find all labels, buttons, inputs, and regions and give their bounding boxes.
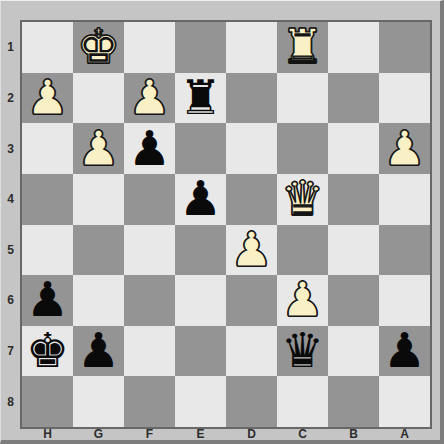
square-h5[interactable] [22, 225, 73, 276]
square-b6[interactable] [328, 275, 379, 326]
square-d8[interactable] [226, 376, 277, 427]
square-f5[interactable] [124, 225, 175, 276]
square-d2[interactable] [226, 73, 277, 124]
square-d7[interactable] [226, 326, 277, 377]
square-e5[interactable] [175, 225, 226, 276]
square-a5[interactable] [379, 225, 430, 276]
square-f7[interactable] [124, 326, 175, 377]
square-f6[interactable] [124, 275, 175, 326]
square-a1[interactable] [379, 22, 430, 73]
square-a7[interactable]: ♟ [379, 326, 430, 377]
square-f1[interactable] [124, 22, 175, 73]
square-c7[interactable]: ♛ [277, 326, 328, 377]
rank-label-4: 4 [1, 174, 20, 225]
rank-label-2: 2 [1, 73, 20, 124]
square-d1[interactable] [226, 22, 277, 73]
square-g1[interactable]: ♚ [73, 22, 124, 73]
white-pawn[interactable]: ♟ [77, 124, 120, 172]
file-label-a: A [379, 427, 430, 442]
square-b4[interactable] [328, 174, 379, 225]
square-g6[interactable] [73, 275, 124, 326]
square-a8[interactable] [379, 376, 430, 427]
chess-diagram: 12345678 ♚♜♟♟♜♟♟♟♟♛♟♟♟♚♟♛♟ HGFEDCBA [0, 0, 444, 444]
square-f4[interactable] [124, 174, 175, 225]
square-g7[interactable]: ♟ [73, 326, 124, 377]
white-queen[interactable]: ♛ [281, 174, 324, 222]
square-c8[interactable] [277, 376, 328, 427]
square-e8[interactable] [175, 376, 226, 427]
square-g8[interactable] [73, 376, 124, 427]
rank-labels: 12345678 [1, 22, 20, 427]
square-g5[interactable] [73, 225, 124, 276]
file-label-c: C [277, 427, 328, 442]
file-label-h: H [22, 427, 73, 442]
square-c1[interactable]: ♜ [277, 22, 328, 73]
square-e3[interactable] [175, 123, 226, 174]
square-f8[interactable] [124, 376, 175, 427]
black-king[interactable]: ♚ [26, 326, 69, 374]
square-f3[interactable]: ♟ [124, 123, 175, 174]
square-h2[interactable]: ♟ [22, 73, 73, 124]
square-h7[interactable]: ♚ [22, 326, 73, 377]
square-g2[interactable] [73, 73, 124, 124]
black-pawn[interactable]: ♟ [26, 275, 69, 323]
square-h6[interactable]: ♟ [22, 275, 73, 326]
square-a2[interactable] [379, 73, 430, 124]
rank-label-5: 5 [1, 225, 20, 276]
file-label-d: D [226, 427, 277, 442]
square-c2[interactable] [277, 73, 328, 124]
square-g3[interactable]: ♟ [73, 123, 124, 174]
white-pawn[interactable]: ♟ [128, 73, 171, 121]
file-label-e: E [175, 427, 226, 442]
square-e1[interactable] [175, 22, 226, 73]
square-d4[interactable] [226, 174, 277, 225]
chess-board: ♚♜♟♟♜♟♟♟♟♛♟♟♟♚♟♛♟ [20, 20, 432, 429]
file-label-f: F [124, 427, 175, 442]
square-a4[interactable] [379, 174, 430, 225]
square-e2[interactable]: ♜ [175, 73, 226, 124]
square-h4[interactable] [22, 174, 73, 225]
rank-label-7: 7 [1, 326, 20, 377]
square-h8[interactable] [22, 376, 73, 427]
white-pawn[interactable]: ♟ [230, 225, 273, 273]
white-pawn[interactable]: ♟ [281, 275, 324, 323]
square-d3[interactable] [226, 123, 277, 174]
square-f2[interactable]: ♟ [124, 73, 175, 124]
square-c4[interactable]: ♛ [277, 174, 328, 225]
black-queen[interactable]: ♛ [281, 326, 324, 374]
file-label-g: G [73, 427, 124, 442]
black-pawn[interactable]: ♟ [128, 124, 171, 172]
white-king[interactable]: ♚ [77, 22, 120, 70]
file-labels: HGFEDCBA [22, 427, 430, 442]
white-pawn[interactable]: ♟ [383, 124, 426, 172]
black-rook[interactable]: ♜ [179, 73, 222, 121]
square-b2[interactable] [328, 73, 379, 124]
white-rook[interactable]: ♜ [281, 22, 324, 70]
black-pawn[interactable]: ♟ [77, 326, 120, 374]
rank-label-1: 1 [1, 22, 20, 73]
square-h1[interactable] [22, 22, 73, 73]
square-b5[interactable] [328, 225, 379, 276]
square-h3[interactable] [22, 123, 73, 174]
square-b8[interactable] [328, 376, 379, 427]
square-b7[interactable] [328, 326, 379, 377]
square-e7[interactable] [175, 326, 226, 377]
square-c3[interactable] [277, 123, 328, 174]
rank-label-3: 3 [1, 123, 20, 174]
square-a3[interactable]: ♟ [379, 123, 430, 174]
square-b1[interactable] [328, 22, 379, 73]
square-e6[interactable] [175, 275, 226, 326]
rank-label-8: 8 [1, 376, 20, 427]
square-a6[interactable] [379, 275, 430, 326]
square-b3[interactable] [328, 123, 379, 174]
square-c5[interactable] [277, 225, 328, 276]
file-label-b: B [328, 427, 379, 442]
square-e4[interactable]: ♟ [175, 174, 226, 225]
black-pawn[interactable]: ♟ [383, 326, 426, 374]
square-d6[interactable] [226, 275, 277, 326]
rank-label-6: 6 [1, 275, 20, 326]
square-d5[interactable]: ♟ [226, 225, 277, 276]
square-c6[interactable]: ♟ [277, 275, 328, 326]
square-g4[interactable] [73, 174, 124, 225]
black-pawn[interactable]: ♟ [179, 174, 222, 222]
white-pawn[interactable]: ♟ [26, 73, 69, 121]
